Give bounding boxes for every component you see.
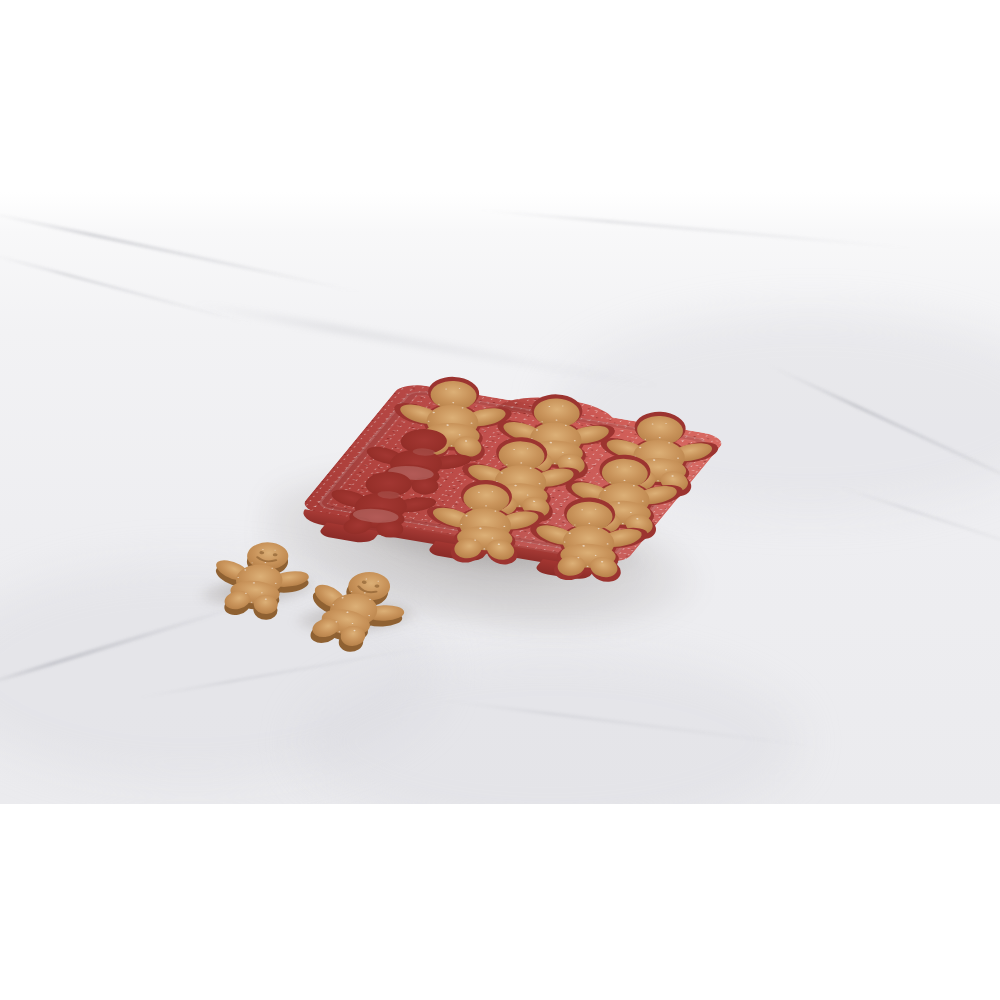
white-backdrop — [0, 0, 1000, 200]
marble-vein — [0, 208, 366, 294]
loose-cookie-2 — [302, 547, 408, 669]
marble-vein — [471, 208, 930, 251]
product-photo-stage — [0, 0, 1000, 1000]
baked-cookie-in-mold — [427, 478, 545, 563]
baked-cookie-in-mold — [530, 495, 648, 580]
gingerbread-cookie-graphic — [282, 555, 428, 660]
